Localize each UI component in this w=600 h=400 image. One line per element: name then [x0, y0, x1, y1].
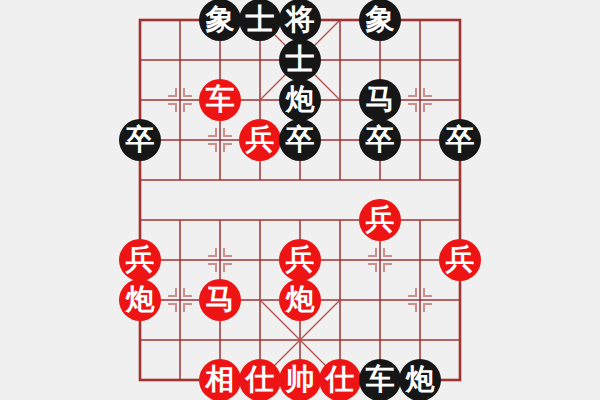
- piece-glyph: 仕: [246, 365, 275, 396]
- red-elephant[interactable]: 相: [199, 359, 241, 400]
- red-cannon[interactable]: 炮: [119, 279, 161, 321]
- red-chariot[interactable]: 车: [199, 79, 241, 121]
- red-soldier[interactable]: 兵: [439, 239, 481, 281]
- piece-glyph: 帅: [286, 365, 315, 396]
- black-cannon[interactable]: 炮: [399, 359, 441, 400]
- red-soldier[interactable]: 兵: [119, 239, 161, 281]
- piece-glyph: 炮: [126, 285, 155, 316]
- piece-glyph: 兵: [126, 245, 155, 276]
- xiangqi-board: 象士将象士车炮马卒兵卒卒卒兵兵兵兵炮马炮相仕帅仕车炮: [0, 0, 600, 400]
- black-soldier[interactable]: 卒: [359, 119, 401, 161]
- piece-glyph: 象: [366, 5, 395, 36]
- red-horse[interactable]: 马: [199, 279, 241, 321]
- piece-glyph: 炮: [286, 85, 315, 116]
- black-soldier[interactable]: 卒: [279, 119, 321, 161]
- red-advisor[interactable]: 仕: [319, 359, 361, 400]
- piece-grid: 象士将象士车炮马卒兵卒卒卒兵兵兵兵炮马炮相仕帅仕车炮: [120, 0, 480, 400]
- piece-glyph: 兵: [246, 125, 275, 156]
- black-advisor[interactable]: 士: [279, 39, 321, 81]
- piece-glyph: 车: [366, 365, 395, 396]
- piece-glyph: 炮: [406, 365, 435, 396]
- piece-glyph: 卒: [126, 125, 155, 156]
- piece-glyph: 兵: [366, 205, 395, 236]
- piece-glyph: 将: [286, 5, 315, 36]
- black-chariot[interactable]: 车: [359, 359, 401, 400]
- red-soldier[interactable]: 兵: [239, 119, 281, 161]
- piece-glyph: 仕: [326, 365, 355, 396]
- black-advisor[interactable]: 士: [239, 0, 281, 41]
- piece-glyph: 卒: [446, 125, 475, 156]
- piece-glyph: 车: [206, 85, 235, 116]
- black-soldier[interactable]: 卒: [439, 119, 481, 161]
- piece-glyph: 马: [206, 285, 235, 316]
- red-soldier[interactable]: 兵: [359, 199, 401, 241]
- red-cannon[interactable]: 炮: [279, 279, 321, 321]
- piece-glyph: 兵: [446, 245, 475, 276]
- piece-glyph: 卒: [286, 125, 315, 156]
- piece-glyph: 兵: [286, 245, 315, 276]
- black-cannon[interactable]: 炮: [279, 79, 321, 121]
- piece-glyph: 士: [286, 45, 315, 76]
- piece-glyph: 炮: [286, 285, 315, 316]
- piece-glyph: 马: [366, 85, 395, 116]
- black-elephant[interactable]: 象: [199, 0, 241, 41]
- red-soldier[interactable]: 兵: [279, 239, 321, 281]
- red-advisor[interactable]: 仕: [239, 359, 281, 400]
- piece-glyph: 卒: [366, 125, 395, 156]
- piece-glyph: 相: [206, 365, 235, 396]
- piece-glyph: 士: [246, 5, 275, 36]
- black-elephant[interactable]: 象: [359, 0, 401, 41]
- piece-glyph: 象: [206, 5, 235, 36]
- black-horse[interactable]: 马: [359, 79, 401, 121]
- red-general[interactable]: 帅: [279, 359, 321, 400]
- black-general[interactable]: 将: [279, 0, 321, 41]
- black-soldier[interactable]: 卒: [119, 119, 161, 161]
